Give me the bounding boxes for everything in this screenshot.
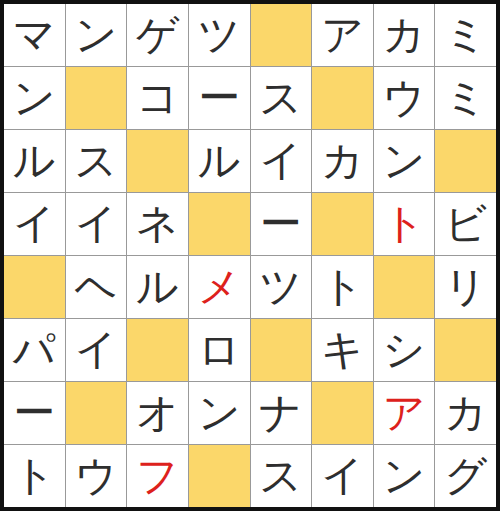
letter-cell-r2c3[interactable]: コ [127, 67, 188, 129]
blocked-cell-r5c7 [374, 256, 435, 318]
blocked-cell-r4c6 [312, 193, 373, 255]
answer-letter-cell-r5c4[interactable]: メ [189, 256, 250, 318]
answer-letter-cell-r8c3[interactable]: フ [127, 445, 188, 507]
blocked-cell-r2c2 [66, 67, 127, 129]
blocked-cell-r7c2 [66, 382, 127, 444]
blocked-cell-r1c5 [251, 4, 312, 66]
letter-cell-r3c4[interactable]: ル [189, 130, 250, 192]
letter-cell-r7c8[interactable]: カ [435, 382, 496, 444]
letter-cell-r6c2[interactable]: イ [66, 319, 127, 381]
letter-cell-r8c2[interactable]: ウ [66, 445, 127, 507]
letter-cell-r3c5[interactable]: イ [251, 130, 312, 192]
blocked-cell-r4c4 [189, 193, 250, 255]
letter-cell-r4c2[interactable]: イ [66, 193, 127, 255]
letter-cell-r1c3[interactable]: ゲ [127, 4, 188, 66]
letter-cell-r6c1[interactable]: パ [4, 319, 65, 381]
blocked-cell-r2c6 [312, 67, 373, 129]
letter-cell-r4c3[interactable]: ネ [127, 193, 188, 255]
letter-cell-r8c5[interactable]: ス [251, 445, 312, 507]
letter-cell-r7c1[interactable]: ー [4, 382, 65, 444]
blocked-cell-r3c3 [127, 130, 188, 192]
letter-cell-r4c1[interactable]: イ [4, 193, 65, 255]
letter-cell-r1c4[interactable]: ツ [189, 4, 250, 66]
blocked-cell-r7c6 [312, 382, 373, 444]
letter-cell-r3c2[interactable]: ス [66, 130, 127, 192]
letter-cell-r5c5[interactable]: ツ [251, 256, 312, 318]
letter-cell-r6c6[interactable]: キ [312, 319, 373, 381]
letter-cell-r1c7[interactable]: カ [374, 4, 435, 66]
letter-cell-r6c7[interactable]: シ [374, 319, 435, 381]
blocked-cell-r3c8 [435, 130, 496, 192]
letter-cell-r2c8[interactable]: ミ [435, 67, 496, 129]
letter-cell-r4c8[interactable]: ビ [435, 193, 496, 255]
letter-cell-r2c5[interactable]: ス [251, 67, 312, 129]
letter-cell-r8c8[interactable]: グ [435, 445, 496, 507]
letter-cell-r8c6[interactable]: イ [312, 445, 373, 507]
blocked-cell-r8c4 [189, 445, 250, 507]
letter-cell-r2c1[interactable]: ン [4, 67, 65, 129]
blocked-cell-r6c5 [251, 319, 312, 381]
letter-cell-r5c2[interactable]: ヘ [66, 256, 127, 318]
letter-cell-r5c3[interactable]: ル [127, 256, 188, 318]
crossword-board: マンゲツアカミンコースウミルスルイカンイイネートビヘルメツトリパイロキシーオンナ… [0, 0, 500, 511]
letter-cell-r4c5[interactable]: ー [251, 193, 312, 255]
letter-cell-r5c8[interactable]: リ [435, 256, 496, 318]
letter-cell-r3c7[interactable]: ン [374, 130, 435, 192]
letter-cell-r2c7[interactable]: ウ [374, 67, 435, 129]
letter-cell-r2c4[interactable]: ー [189, 67, 250, 129]
letter-cell-r1c1[interactable]: マ [4, 4, 65, 66]
letter-cell-r8c7[interactable]: ン [374, 445, 435, 507]
letter-cell-r7c5[interactable]: ナ [251, 382, 312, 444]
letter-cell-r1c8[interactable]: ミ [435, 4, 496, 66]
letter-cell-r3c1[interactable]: ル [4, 130, 65, 192]
letter-cell-r8c1[interactable]: ト [4, 445, 65, 507]
letter-cell-r5c6[interactable]: ト [312, 256, 373, 318]
letter-cell-r6c4[interactable]: ロ [189, 319, 250, 381]
letter-cell-r3c6[interactable]: カ [312, 130, 373, 192]
answer-letter-cell-r7c7[interactable]: ア [374, 382, 435, 444]
letter-cell-r7c3[interactable]: オ [127, 382, 188, 444]
answer-letter-cell-r4c7[interactable]: ト [374, 193, 435, 255]
blocked-cell-r6c8 [435, 319, 496, 381]
blocked-cell-r6c3 [127, 319, 188, 381]
letter-cell-r1c2[interactable]: ン [66, 4, 127, 66]
letter-cell-r7c4[interactable]: ン [189, 382, 250, 444]
blocked-cell-r5c1 [4, 256, 65, 318]
letter-cell-r1c6[interactable]: ア [312, 4, 373, 66]
